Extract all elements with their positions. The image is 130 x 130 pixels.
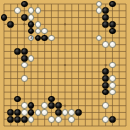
star-point [23,23,25,25]
black-stone [28,21,35,28]
black-stone [48,96,55,103]
black-stone [21,116,28,123]
black-stone [7,21,14,28]
black-stone [48,102,55,109]
black-stone [28,109,35,116]
white-stone [35,21,42,28]
white-stone [14,7,21,14]
white-stone [28,116,35,123]
white-stone [109,82,116,89]
white-stone [68,109,75,116]
black-stone [7,116,14,123]
white-stone [41,109,48,116]
white-stone [109,62,116,69]
white-stone [102,102,109,109]
black-stone [21,14,28,21]
black-stone [1,14,8,21]
white-stone [109,41,116,48]
star-point [64,105,66,107]
white-stone [21,109,28,116]
black-stone [41,35,48,42]
white-stone [48,35,55,42]
black-stone [109,21,116,28]
black-stone [109,28,116,35]
black-stone [102,14,109,21]
white-stone [96,7,103,14]
white-stone [68,116,75,123]
black-stone [21,55,28,62]
black-stone [102,21,109,28]
white-stone [48,116,55,123]
white-stone [41,102,48,109]
white-stone [35,109,42,116]
white-stone [102,41,109,48]
black-stone [75,109,82,116]
black-stone [7,109,14,116]
white-stone [55,116,62,123]
white-stone [21,102,28,109]
black-stone [102,82,109,89]
black-stone [109,116,116,123]
black-stone [14,48,21,55]
black-stone [102,75,109,82]
white-stone [102,116,109,123]
black-stone [102,7,109,14]
black-stone [14,116,21,123]
white-stone [28,55,35,62]
star-point [64,23,66,25]
black-stone [102,68,109,75]
black-stone [14,109,21,116]
star-point [105,64,107,66]
white-stone [21,75,28,82]
white-stone [109,75,116,82]
star-point [64,64,66,66]
black-stone [109,1,116,8]
white-stone [62,109,69,116]
go-board: 3 [0,0,130,130]
black-stone [55,109,62,116]
black-stone [14,96,21,103]
black-stone [55,102,62,109]
black-stone [21,1,28,8]
white-stone [109,89,116,96]
black-stone [21,48,28,55]
white-stone [21,62,28,69]
white-stone [35,7,42,14]
